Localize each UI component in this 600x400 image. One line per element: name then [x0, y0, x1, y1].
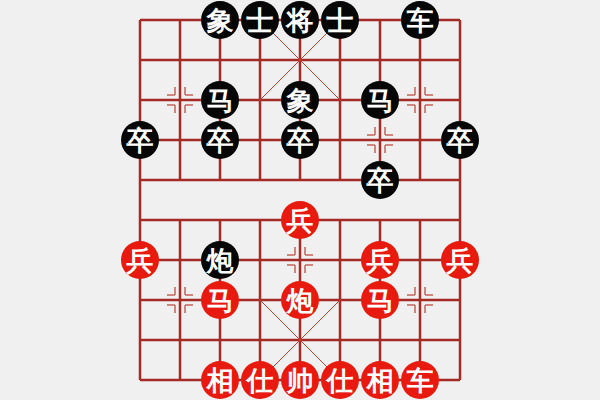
piece-black-elephant[interactable]: 象 [201, 1, 239, 39]
piece-black-cannon[interactable]: 炮 [201, 241, 239, 279]
piece-red-elephant[interactable]: 相 [361, 361, 399, 399]
piece-grid: 象士将士车马象马卒卒卒卒卒炮兵兵兵兵马炮马相仕帅仕相车 [120, 0, 480, 400]
piece-red-soldier[interactable]: 兵 [121, 241, 159, 279]
piece-red-elephant[interactable]: 相 [201, 361, 239, 399]
piece-red-horse[interactable]: 马 [361, 281, 399, 319]
piece-black-soldier[interactable]: 卒 [361, 161, 399, 199]
xiangqi-board-screen: 象士将士车马象马卒卒卒卒卒炮兵兵兵兵马炮马相仕帅仕相车 [0, 0, 600, 400]
piece-red-soldier[interactable]: 兵 [281, 201, 319, 239]
piece-black-soldier[interactable]: 卒 [441, 121, 479, 159]
piece-black-general[interactable]: 将 [281, 1, 319, 39]
piece-red-soldier[interactable]: 兵 [361, 241, 399, 279]
piece-red-advisor[interactable]: 仕 [321, 361, 359, 399]
piece-red-general[interactable]: 帅 [281, 361, 319, 399]
piece-red-horse[interactable]: 马 [201, 281, 239, 319]
piece-black-soldier[interactable]: 卒 [281, 121, 319, 159]
piece-red-cannon[interactable]: 炮 [281, 281, 319, 319]
piece-black-chariot[interactable]: 车 [401, 1, 439, 39]
piece-black-horse[interactable]: 马 [361, 81, 399, 119]
piece-black-advisor[interactable]: 士 [241, 1, 279, 39]
piece-red-soldier[interactable]: 兵 [441, 241, 479, 279]
piece-black-soldier[interactable]: 卒 [201, 121, 239, 159]
piece-red-advisor[interactable]: 仕 [241, 361, 279, 399]
piece-black-horse[interactable]: 马 [201, 81, 239, 119]
piece-black-elephant[interactable]: 象 [281, 81, 319, 119]
piece-red-chariot[interactable]: 车 [401, 361, 439, 399]
piece-black-soldier[interactable]: 卒 [121, 121, 159, 159]
piece-black-advisor[interactable]: 士 [321, 1, 359, 39]
